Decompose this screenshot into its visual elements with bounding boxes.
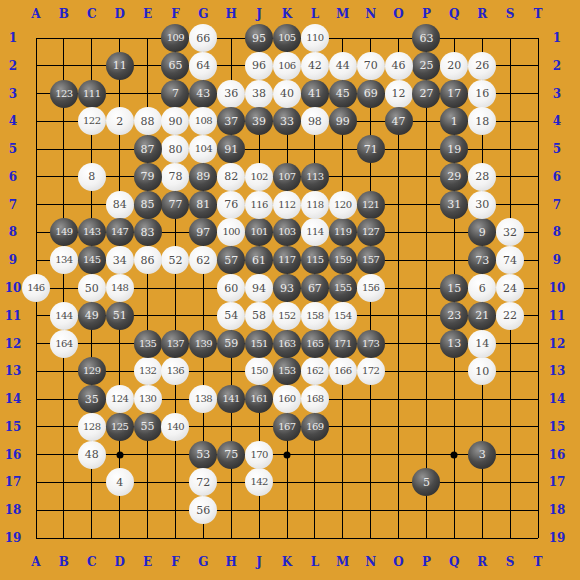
row-label-right-8: 8 bbox=[553, 225, 561, 239]
col-label-bottom-A: A bbox=[31, 555, 40, 569]
stone-white-N10[interactable]: 156 bbox=[357, 274, 385, 302]
stone-white-L11[interactable]: 158 bbox=[301, 302, 329, 330]
stone-white-C16[interactable]: 48 bbox=[78, 441, 106, 469]
stone-white-N2[interactable]: 70 bbox=[357, 52, 385, 80]
stone-white-L13[interactable]: 162 bbox=[301, 357, 329, 385]
row-label-left-15: 15 bbox=[5, 420, 22, 434]
stone-white-J11[interactable]: 58 bbox=[245, 302, 273, 330]
stone-black-E12[interactable]: 135 bbox=[134, 330, 162, 358]
stone-white-B12[interactable]: 164 bbox=[50, 330, 78, 358]
stone-black-C11[interactable]: 49 bbox=[78, 302, 106, 330]
stone-white-B9[interactable]: 134 bbox=[50, 246, 78, 274]
stone-black-L9[interactable]: 115 bbox=[301, 246, 329, 274]
stone-white-M2[interactable]: 44 bbox=[329, 52, 357, 80]
stone-black-N3[interactable]: 69 bbox=[357, 80, 385, 108]
stone-white-M13[interactable]: 166 bbox=[329, 357, 357, 385]
stone-white-R4[interactable]: 18 bbox=[468, 107, 496, 135]
stone-white-L8[interactable]: 114 bbox=[301, 218, 329, 246]
row-label-left-7: 7 bbox=[9, 198, 17, 212]
stone-white-K7[interactable]: 112 bbox=[273, 191, 301, 219]
stone-black-R16[interactable]: 3 bbox=[468, 441, 496, 469]
stone-white-C4[interactable]: 122 bbox=[78, 107, 106, 135]
stone-black-F3[interactable]: 7 bbox=[161, 80, 189, 108]
stone-black-M9[interactable]: 159 bbox=[329, 246, 357, 274]
stone-black-J12[interactable]: 151 bbox=[245, 330, 273, 358]
col-label-top-R: R bbox=[477, 7, 487, 21]
stone-black-L6[interactable]: 113 bbox=[301, 163, 329, 191]
col-label-top-B: B bbox=[59, 7, 69, 21]
stone-black-Q12[interactable]: 13 bbox=[440, 330, 468, 358]
stone-black-B3[interactable]: 123 bbox=[50, 80, 78, 108]
stone-white-J17[interactable]: 142 bbox=[245, 468, 273, 496]
stone-black-N8[interactable]: 127 bbox=[357, 218, 385, 246]
stone-white-J3[interactable]: 38 bbox=[245, 80, 273, 108]
col-label-bottom-B: B bbox=[59, 555, 69, 569]
row-label-right-11: 11 bbox=[549, 309, 566, 323]
stone-white-R2[interactable]: 26 bbox=[468, 52, 496, 80]
stone-white-G17[interactable]: 72 bbox=[189, 468, 217, 496]
stone-black-M10[interactable]: 155 bbox=[329, 274, 357, 302]
stone-black-M12[interactable]: 171 bbox=[329, 330, 357, 358]
col-label-bottom-T: T bbox=[534, 555, 543, 569]
stone-white-D17[interactable]: 4 bbox=[106, 468, 134, 496]
stone-white-H3[interactable]: 36 bbox=[217, 80, 245, 108]
stone-white-Q2[interactable]: 20 bbox=[440, 52, 468, 80]
stone-black-F1[interactable]: 109 bbox=[161, 24, 189, 52]
stone-black-E6[interactable]: 79 bbox=[134, 163, 162, 191]
stone-black-H12[interactable]: 59 bbox=[217, 330, 245, 358]
stone-black-P3[interactable]: 27 bbox=[412, 80, 440, 108]
col-label-bottom-N: N bbox=[365, 555, 376, 569]
row-label-left-9: 9 bbox=[9, 253, 17, 267]
col-label-bottom-S: S bbox=[506, 555, 515, 569]
stone-white-G2[interactable]: 64 bbox=[189, 52, 217, 80]
row-label-right-10: 10 bbox=[549, 281, 566, 295]
col-label-top-T: T bbox=[534, 7, 543, 21]
stone-white-E4[interactable]: 88 bbox=[134, 107, 162, 135]
stone-black-G6[interactable]: 89 bbox=[189, 163, 217, 191]
stone-black-R9[interactable]: 73 bbox=[468, 246, 496, 274]
stone-black-N12[interactable]: 173 bbox=[357, 330, 385, 358]
stone-black-L10[interactable]: 67 bbox=[301, 274, 329, 302]
stone-white-H10[interactable]: 60 bbox=[217, 274, 245, 302]
stone-black-B8[interactable]: 149 bbox=[50, 218, 78, 246]
stone-white-C10[interactable]: 50 bbox=[78, 274, 106, 302]
stone-white-G14[interactable]: 138 bbox=[189, 385, 217, 413]
stone-black-J9[interactable]: 61 bbox=[245, 246, 273, 274]
row-label-left-19: 19 bbox=[5, 531, 22, 545]
row-label-right-9: 9 bbox=[553, 253, 561, 267]
col-label-bottom-Q: Q bbox=[449, 555, 459, 569]
stone-white-K11[interactable]: 152 bbox=[273, 302, 301, 330]
stone-black-Q10[interactable]: 15 bbox=[440, 274, 468, 302]
stone-black-G16[interactable]: 53 bbox=[189, 441, 217, 469]
stone-black-H5[interactable]: 91 bbox=[217, 135, 245, 163]
stone-black-G3[interactable]: 43 bbox=[189, 80, 217, 108]
row-label-left-16: 16 bbox=[5, 448, 22, 462]
stone-black-F2[interactable]: 65 bbox=[161, 52, 189, 80]
row-label-right-18: 18 bbox=[549, 503, 566, 517]
stone-black-E8[interactable]: 83 bbox=[134, 218, 162, 246]
stone-black-L12[interactable]: 165 bbox=[301, 330, 329, 358]
stone-black-P17[interactable]: 5 bbox=[412, 468, 440, 496]
stone-black-K15[interactable]: 167 bbox=[273, 413, 301, 441]
stone-white-J2[interactable]: 96 bbox=[245, 52, 273, 80]
col-label-top-E: E bbox=[143, 7, 152, 21]
row-label-left-11: 11 bbox=[5, 309, 22, 323]
stone-white-D9[interactable]: 34 bbox=[106, 246, 134, 274]
col-label-top-Q: Q bbox=[449, 7, 459, 21]
row-label-right-12: 12 bbox=[549, 337, 566, 351]
stone-black-E7[interactable]: 85 bbox=[134, 191, 162, 219]
stone-white-S8[interactable]: 32 bbox=[496, 218, 524, 246]
row-label-right-14: 14 bbox=[549, 392, 566, 406]
stone-black-K12[interactable]: 163 bbox=[273, 330, 301, 358]
stone-black-O4[interactable]: 47 bbox=[385, 107, 413, 135]
row-label-left-12: 12 bbox=[5, 337, 22, 351]
stone-black-K9[interactable]: 117 bbox=[273, 246, 301, 274]
col-label-bottom-F: F bbox=[171, 555, 180, 569]
stone-black-M3[interactable]: 45 bbox=[329, 80, 357, 108]
col-label-top-P: P bbox=[422, 7, 431, 21]
stone-white-E13[interactable]: 132 bbox=[134, 357, 162, 385]
stone-white-G18[interactable]: 56 bbox=[189, 496, 217, 524]
stone-black-H4[interactable]: 37 bbox=[217, 107, 245, 135]
row-label-right-3: 3 bbox=[553, 87, 561, 101]
stone-white-H7[interactable]: 76 bbox=[217, 191, 245, 219]
col-label-top-K: K bbox=[282, 7, 292, 21]
row-label-left-3: 3 bbox=[9, 87, 17, 101]
stone-black-D15[interactable]: 125 bbox=[106, 413, 134, 441]
row-label-right-16: 16 bbox=[549, 448, 566, 462]
stone-black-Q4[interactable]: 1 bbox=[440, 107, 468, 135]
stone-black-J8[interactable]: 101 bbox=[245, 218, 273, 246]
stone-white-R3[interactable]: 16 bbox=[468, 80, 496, 108]
stone-white-M11[interactable]: 154 bbox=[329, 302, 357, 330]
stone-black-K1[interactable]: 105 bbox=[273, 24, 301, 52]
stone-black-Q6[interactable]: 29 bbox=[440, 163, 468, 191]
stone-white-D4[interactable]: 2 bbox=[106, 107, 134, 135]
row-label-left-10: 10 bbox=[5, 281, 22, 295]
row-label-right-4: 4 bbox=[553, 114, 561, 128]
stone-black-M4[interactable]: 99 bbox=[329, 107, 357, 135]
stone-black-H9[interactable]: 57 bbox=[217, 246, 245, 274]
col-label-top-C: C bbox=[87, 7, 97, 21]
stone-white-O2[interactable]: 46 bbox=[385, 52, 413, 80]
col-label-bottom-E: E bbox=[143, 555, 152, 569]
star-point-D16 bbox=[116, 451, 123, 458]
stone-black-C13[interactable]: 129 bbox=[78, 357, 106, 385]
stone-black-J1[interactable]: 95 bbox=[245, 24, 273, 52]
go-board: 1234567891011121314151617181920212223242… bbox=[0, 0, 580, 580]
stone-white-G9[interactable]: 62 bbox=[189, 246, 217, 274]
stone-black-G12[interactable]: 139 bbox=[189, 330, 217, 358]
stone-white-K2[interactable]: 106 bbox=[273, 52, 301, 80]
row-label-left-14: 14 bbox=[5, 392, 22, 406]
col-label-top-A: A bbox=[31, 7, 40, 21]
stone-white-L1[interactable]: 110 bbox=[301, 24, 329, 52]
stone-black-G8[interactable]: 97 bbox=[189, 218, 217, 246]
stone-white-F5[interactable]: 80 bbox=[161, 135, 189, 163]
stone-black-C9[interactable]: 145 bbox=[78, 246, 106, 274]
row-label-left-8: 8 bbox=[9, 225, 17, 239]
stone-white-J16[interactable]: 170 bbox=[245, 441, 273, 469]
row-label-left-18: 18 bbox=[5, 503, 22, 517]
stone-white-B11[interactable]: 144 bbox=[50, 302, 78, 330]
stone-white-H11[interactable]: 54 bbox=[217, 302, 245, 330]
stone-white-R6[interactable]: 28 bbox=[468, 163, 496, 191]
row-label-left-5: 5 bbox=[9, 142, 17, 156]
stone-white-R10[interactable]: 6 bbox=[468, 274, 496, 302]
stone-black-G7[interactable]: 81 bbox=[189, 191, 217, 219]
stone-white-F6[interactable]: 78 bbox=[161, 163, 189, 191]
row-label-left-1: 1 bbox=[9, 31, 17, 45]
col-label-top-O: O bbox=[393, 7, 403, 21]
row-label-left-17: 17 bbox=[5, 475, 22, 489]
stone-black-P2[interactable]: 25 bbox=[412, 52, 440, 80]
row-label-right-1: 1 bbox=[553, 31, 561, 45]
stone-white-D7[interactable]: 84 bbox=[106, 191, 134, 219]
stone-black-R8[interactable]: 9 bbox=[468, 218, 496, 246]
stone-white-L7[interactable]: 118 bbox=[301, 191, 329, 219]
stone-black-C14[interactable]: 35 bbox=[78, 385, 106, 413]
stone-black-H14[interactable]: 141 bbox=[217, 385, 245, 413]
row-label-left-4: 4 bbox=[9, 114, 17, 128]
stone-black-N5[interactable]: 71 bbox=[357, 135, 385, 163]
stone-white-F4[interactable]: 90 bbox=[161, 107, 189, 135]
stone-white-K14[interactable]: 160 bbox=[273, 385, 301, 413]
stone-white-J6[interactable]: 102 bbox=[245, 163, 273, 191]
stone-white-L4[interactable]: 98 bbox=[301, 107, 329, 135]
row-label-left-13: 13 bbox=[5, 364, 22, 378]
row-label-left-2: 2 bbox=[9, 59, 17, 73]
stone-black-Q11[interactable]: 23 bbox=[440, 302, 468, 330]
stone-white-G4[interactable]: 108 bbox=[189, 107, 217, 135]
stone-black-K4[interactable]: 33 bbox=[273, 107, 301, 135]
row-label-right-6: 6 bbox=[553, 170, 561, 184]
stone-black-H16[interactable]: 75 bbox=[217, 441, 245, 469]
col-label-bottom-K: K bbox=[282, 555, 292, 569]
star-point-K16 bbox=[284, 451, 291, 458]
stone-white-O3[interactable]: 12 bbox=[385, 80, 413, 108]
stone-white-G1[interactable]: 66 bbox=[189, 24, 217, 52]
row-label-left-6: 6 bbox=[9, 170, 17, 184]
col-label-bottom-H: H bbox=[226, 555, 237, 569]
stone-white-F9[interactable]: 52 bbox=[161, 246, 189, 274]
stone-black-K8[interactable]: 103 bbox=[273, 218, 301, 246]
stone-black-M8[interactable]: 119 bbox=[329, 218, 357, 246]
stone-black-C3[interactable]: 111 bbox=[78, 80, 106, 108]
stone-black-Q5[interactable]: 19 bbox=[440, 135, 468, 163]
stone-black-J14[interactable]: 161 bbox=[245, 385, 273, 413]
stone-white-C6[interactable]: 8 bbox=[78, 163, 106, 191]
col-label-bottom-G: G bbox=[198, 555, 208, 569]
stone-white-K3[interactable]: 40 bbox=[273, 80, 301, 108]
col-label-bottom-J: J bbox=[256, 555, 262, 569]
stone-black-K6[interactable]: 107 bbox=[273, 163, 301, 191]
row-label-right-19: 19 bbox=[549, 531, 566, 545]
stone-white-J13[interactable]: 150 bbox=[245, 357, 273, 385]
col-label-top-F: F bbox=[171, 7, 180, 21]
stone-white-H6[interactable]: 82 bbox=[217, 163, 245, 191]
stone-white-C15[interactable]: 128 bbox=[78, 413, 106, 441]
col-label-bottom-R: R bbox=[477, 555, 487, 569]
stone-white-L14[interactable]: 168 bbox=[301, 385, 329, 413]
stone-black-Q7[interactable]: 31 bbox=[440, 191, 468, 219]
stone-white-S11[interactable]: 22 bbox=[496, 302, 524, 330]
col-label-top-J: J bbox=[256, 7, 262, 21]
stone-black-P1[interactable]: 63 bbox=[412, 24, 440, 52]
star-point-Q16 bbox=[451, 451, 458, 458]
stone-white-E14[interactable]: 130 bbox=[134, 385, 162, 413]
stone-white-H8[interactable]: 100 bbox=[217, 218, 245, 246]
stone-white-S9[interactable]: 74 bbox=[496, 246, 524, 274]
stone-black-K13[interactable]: 153 bbox=[273, 357, 301, 385]
row-label-right-17: 17 bbox=[549, 475, 566, 489]
stone-black-E15[interactable]: 55 bbox=[134, 413, 162, 441]
stone-black-L15[interactable]: 169 bbox=[301, 413, 329, 441]
stone-white-F13[interactable]: 136 bbox=[161, 357, 189, 385]
stone-black-Q3[interactable]: 17 bbox=[440, 80, 468, 108]
stone-black-D11[interactable]: 51 bbox=[106, 302, 134, 330]
stone-white-D10[interactable]: 148 bbox=[106, 274, 134, 302]
col-label-top-H: H bbox=[226, 7, 237, 21]
stone-white-E9[interactable]: 86 bbox=[134, 246, 162, 274]
col-label-top-G: G bbox=[198, 7, 208, 21]
stone-white-F15[interactable]: 140 bbox=[161, 413, 189, 441]
col-label-top-N: N bbox=[365, 7, 376, 21]
col-label-bottom-C: C bbox=[87, 555, 97, 569]
col-label-top-L: L bbox=[311, 7, 319, 21]
col-label-bottom-P: P bbox=[422, 555, 431, 569]
stone-white-R13[interactable]: 10 bbox=[468, 357, 496, 385]
col-label-bottom-M: M bbox=[336, 555, 349, 569]
stone-white-N13[interactable]: 172 bbox=[357, 357, 385, 385]
stone-black-D8[interactable]: 147 bbox=[106, 218, 134, 246]
col-label-bottom-D: D bbox=[114, 555, 124, 569]
stone-black-R11[interactable]: 21 bbox=[468, 302, 496, 330]
row-label-right-5: 5 bbox=[553, 142, 561, 156]
col-label-top-M: M bbox=[336, 7, 349, 21]
stone-black-D2[interactable]: 11 bbox=[106, 52, 134, 80]
stone-white-G5[interactable]: 104 bbox=[189, 135, 217, 163]
stone-black-N7[interactable]: 121 bbox=[357, 191, 385, 219]
stone-black-F12[interactable]: 137 bbox=[161, 330, 189, 358]
stone-white-M7[interactable]: 120 bbox=[329, 191, 357, 219]
stone-black-K10[interactable]: 93 bbox=[273, 274, 301, 302]
row-label-right-2: 2 bbox=[553, 59, 561, 73]
row-label-right-7: 7 bbox=[553, 198, 561, 212]
row-label-right-13: 13 bbox=[549, 364, 566, 378]
row-label-right-15: 15 bbox=[549, 420, 566, 434]
stone-black-N9[interactable]: 157 bbox=[357, 246, 385, 274]
stone-white-D14[interactable]: 124 bbox=[106, 385, 134, 413]
stone-white-J7[interactable]: 116 bbox=[245, 191, 273, 219]
stone-black-J4[interactable]: 39 bbox=[245, 107, 273, 135]
stone-white-A10[interactable]: 146 bbox=[22, 274, 50, 302]
col-label-bottom-O: O bbox=[393, 555, 403, 569]
stone-black-F7[interactable]: 77 bbox=[161, 191, 189, 219]
col-label-top-D: D bbox=[114, 7, 124, 21]
col-label-bottom-L: L bbox=[311, 555, 319, 569]
col-label-top-S: S bbox=[506, 7, 515, 21]
stone-white-R7[interactable]: 30 bbox=[468, 191, 496, 219]
stone-white-R12[interactable]: 14 bbox=[468, 330, 496, 358]
stone-black-E5[interactable]: 87 bbox=[134, 135, 162, 163]
stone-black-C8[interactable]: 143 bbox=[78, 218, 106, 246]
stone-white-J10[interactable]: 94 bbox=[245, 274, 273, 302]
stone-black-L3[interactable]: 41 bbox=[301, 80, 329, 108]
stone-white-L2[interactable]: 42 bbox=[301, 52, 329, 80]
stone-white-S10[interactable]: 24 bbox=[496, 274, 524, 302]
